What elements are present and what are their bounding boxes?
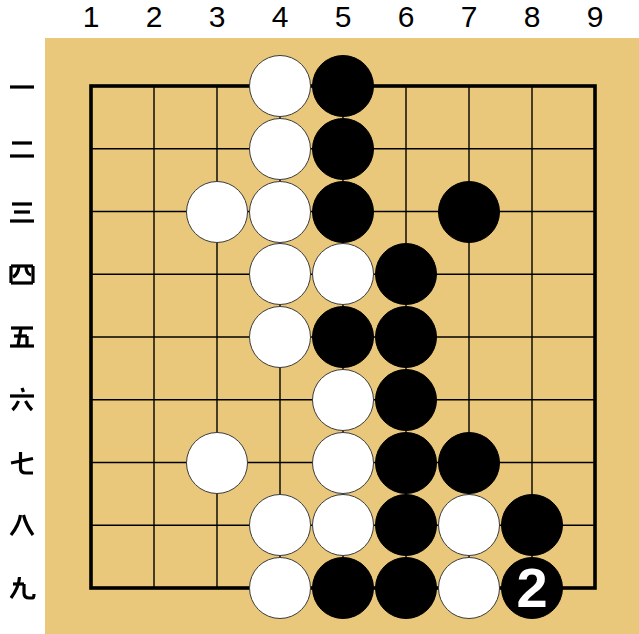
- stone-black: [375, 557, 437, 619]
- stone-white: [249, 243, 311, 305]
- stone-white: [249, 55, 311, 117]
- row-label: [7, 259, 37, 289]
- row-label: [7, 385, 37, 415]
- stone-white: [249, 181, 311, 243]
- column-label: 9: [564, 2, 626, 32]
- stone-black: [312, 181, 374, 243]
- stone-black: [375, 432, 437, 494]
- column-label: 6: [375, 2, 437, 32]
- stone-black: [438, 432, 500, 494]
- stone-white: [186, 181, 248, 243]
- column-label: 7: [438, 2, 500, 32]
- row-label: [7, 322, 37, 352]
- row-label: [7, 510, 37, 540]
- column-label: 8: [501, 2, 563, 32]
- column-label: 1: [60, 2, 122, 32]
- move-number-label: 2: [516, 560, 547, 616]
- stone-black: [375, 306, 437, 368]
- stone-black: [312, 306, 374, 368]
- stone-white: [438, 557, 500, 619]
- row-label: [7, 448, 37, 478]
- column-label: 3: [186, 2, 248, 32]
- stone-white: [312, 432, 374, 494]
- stone-black: [312, 557, 374, 619]
- stone-black: [312, 55, 374, 117]
- stone-black: [438, 181, 500, 243]
- stone-white: [312, 369, 374, 431]
- row-label: [7, 197, 37, 227]
- stone-black: [375, 369, 437, 431]
- row-label: [7, 134, 37, 164]
- stone-black: [501, 494, 563, 556]
- stone-white: [186, 432, 248, 494]
- go-diagram: 2 123456789: [0, 0, 639, 634]
- stone-white: [249, 557, 311, 619]
- row-label: [7, 573, 37, 603]
- stone-white: [249, 494, 311, 556]
- stone-black: [375, 243, 437, 305]
- column-label: 4: [249, 2, 311, 32]
- stone-white: [249, 118, 311, 180]
- stone-white: [438, 494, 500, 556]
- stone-white: [312, 494, 374, 556]
- stone-white: [249, 306, 311, 368]
- column-label: 2: [123, 2, 185, 32]
- row-label: [7, 71, 37, 101]
- column-label: 5: [312, 2, 374, 32]
- stone-black: [375, 494, 437, 556]
- stone-white: [312, 243, 374, 305]
- stone-black: [312, 118, 374, 180]
- stone-black-numbered: 2: [501, 557, 563, 619]
